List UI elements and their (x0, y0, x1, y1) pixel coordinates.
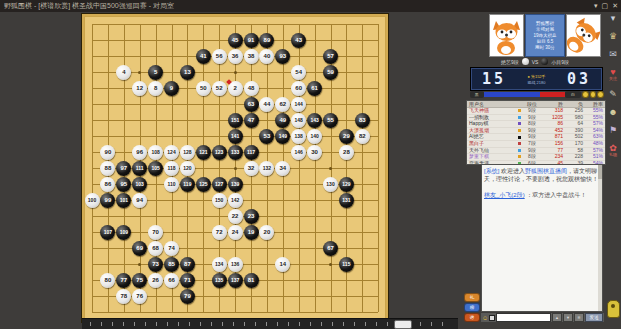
black-stone: 101 (116, 193, 131, 208)
table-row[interactable]: 一招制敌9段120598055% (467, 115, 605, 122)
black-stone: 13 (180, 65, 195, 80)
spectator-rate: 57% (583, 121, 605, 127)
black-stone: 5 (148, 65, 163, 80)
white-stone: 32 (244, 161, 259, 176)
badge-cell (515, 134, 523, 140)
follow-heart-icon[interactable]: ♥关注 (609, 68, 617, 81)
slider-tick (101, 322, 102, 326)
fox-avatar-icon (566, 14, 601, 57)
spectator-name: 大漠孤烟 (467, 128, 515, 134)
chat-message: [系统] 欢迎进入野狐围棋直播间，请文明聊天，理性讨论，不要剧透，祝您观棋愉快！ (484, 167, 600, 183)
white-stone: 144 (291, 97, 306, 112)
slider-tick (321, 322, 322, 326)
slider-tick (90, 322, 91, 326)
badge-cell (515, 115, 523, 121)
chat-message: 棋友_小飞(2段) ：双方进入中盘战斗！ (484, 191, 600, 199)
black-stone: 49 (275, 113, 290, 128)
send-button[interactable]: 发送 (585, 313, 603, 322)
white-stone: 8 (148, 81, 163, 96)
white-stone: 36 (228, 49, 243, 64)
window-controls: ▾▢✕ (594, 0, 618, 12)
score-panel: 15 ● 第152手 观战 2180 03 (470, 67, 603, 91)
white-stone: 44 (259, 97, 274, 112)
white-stone: 70 (148, 225, 163, 240)
chat-option-button[interactable]: ▼ (563, 313, 573, 322)
slider-tick (233, 322, 234, 326)
white-stone: 94 (132, 193, 147, 208)
slider-tick (310, 322, 311, 326)
spectator-name: 梦里下棋 (467, 154, 515, 160)
quick-pill-button[interactable]: 聊 (464, 303, 480, 312)
black-stone: 143 (307, 113, 322, 128)
chat-checkbox[interactable] (489, 315, 495, 321)
score-sub: 观战 2180 (527, 80, 545, 85)
chat-input-row: ☺ ▲ ▼ ※ 发送 (481, 313, 604, 322)
icon-caption: 礼物 (609, 153, 617, 157)
white-stone: 134 (212, 257, 227, 272)
spectator-losses: 256 (563, 108, 583, 114)
message-icon: ✉ (609, 50, 617, 59)
window-control-button[interactable]: ✕ (612, 0, 618, 12)
white-stone: 140 (307, 129, 322, 144)
black-stone: 61 (307, 81, 322, 96)
white-stone: 66 (164, 273, 179, 288)
slider-tick (299, 322, 300, 326)
white-stone: 96 (132, 145, 147, 160)
black-stone: 93 (275, 49, 290, 64)
spectator-losses: 170 (563, 141, 583, 147)
emote-icon[interactable]: ☻ (608, 108, 617, 117)
white-stone: 52 (212, 81, 227, 96)
app-window: 野狐围棋 - [棋谱欣赏] 棋圣战中国500强巡回赛 - 对局室 ▾▢✕ 459… (0, 0, 621, 329)
white-stone: 60 (291, 81, 306, 96)
star-point (234, 167, 237, 170)
black-stone: 111 (132, 161, 147, 176)
spectator-name: Happy棋 (467, 121, 515, 127)
black-stone: 69 (132, 241, 147, 256)
white-stone: 136 (228, 257, 243, 272)
slider-tick (123, 322, 124, 326)
vote-bar: 黑白 (470, 91, 604, 98)
grid-line (362, 24, 363, 312)
white-stone: 76 (132, 289, 147, 304)
star-point (234, 71, 237, 74)
spectator-rank: 7段 (523, 141, 541, 147)
black-stone: 97 (116, 161, 131, 176)
white-stone: 130 (323, 177, 338, 192)
right-player-avatar (566, 14, 601, 57)
move-slider[interactable] (82, 318, 458, 329)
rank-badge-icon (518, 155, 521, 158)
vote-option-button[interactable] (582, 91, 589, 98)
flag-icon: ⚑ (609, 126, 617, 135)
game-info-line: 常规对局 (526, 27, 564, 32)
left-player-name: 绝艺9段 (501, 59, 519, 65)
slider-tick (332, 322, 333, 326)
black-stone: 133 (228, 145, 243, 160)
spectator-losses: 228 (563, 154, 583, 160)
players-vs-row: 绝艺9段 VS 小目9段 (466, 57, 604, 66)
white-stone: 30 (307, 145, 322, 160)
spectator-wins: 234 (541, 154, 563, 160)
slider-tick (112, 322, 113, 326)
slider-tick (365, 322, 366, 326)
black-stone: 95 (116, 177, 131, 192)
grid-line (315, 24, 316, 312)
badge-cell (515, 128, 523, 134)
black-stone: 63 (244, 97, 259, 112)
badge-cell (515, 108, 523, 114)
star-point (138, 263, 141, 266)
spectator-rate: 51% (583, 154, 605, 160)
black-stone: 137 (228, 273, 243, 288)
collapse-icon: ▾ (611, 14, 616, 23)
chat-text: 欢迎进入 (501, 168, 525, 174)
chat-option-button[interactable]: ※ (574, 313, 584, 322)
white-stone: 80 (100, 273, 115, 288)
spectator-rank: 8段 (523, 121, 541, 127)
black-stone: 151 (228, 113, 243, 128)
spectator-rate: 48% (583, 141, 605, 147)
note-icon: ✎ (609, 90, 617, 99)
black-stone: 83 (355, 113, 370, 128)
black-stone: 149 (275, 129, 290, 144)
black-stone: 19 (244, 225, 259, 240)
badge-cell (515, 121, 523, 127)
star-point (329, 167, 332, 170)
right-icon-toolbar: ▾♛✉♥关注✎☻⚑✿礼物 (605, 12, 621, 329)
white-stone: 148 (291, 113, 306, 128)
table-row[interactable]: 飞天神猫9段31825655% (467, 108, 605, 115)
left-player-avatar (489, 14, 524, 57)
slider-tick (134, 322, 135, 326)
table-row[interactable]: 黑白子7段15617048% (467, 141, 605, 148)
white-stone: 74 (164, 241, 179, 256)
grid-line (92, 312, 378, 313)
white-stone: 150 (212, 193, 227, 208)
black-stone: 55 (323, 113, 338, 128)
white-stone: 146 (291, 145, 306, 160)
quick-pill-button[interactable]: 谱 (464, 313, 480, 322)
badge-cell (515, 148, 523, 154)
white-stone-icon (522, 58, 529, 65)
star-point (138, 71, 141, 74)
black-stone: 67 (323, 241, 338, 256)
slider-tick (354, 322, 355, 326)
gift-icon[interactable]: ✿礼物 (609, 144, 617, 157)
white-stone: 56 (212, 49, 227, 64)
vote-right-label: 白 (565, 91, 581, 98)
black-stone: 117 (244, 145, 259, 160)
black-stone: 99 (100, 193, 115, 208)
black-stone: 115 (339, 257, 354, 272)
table-row[interactable]: Happy棋8段866457% (467, 121, 605, 128)
slider-tick (277, 322, 278, 326)
black-stone: 105 (148, 161, 163, 176)
white-stone: 120 (180, 161, 195, 176)
black-stone: 121 (196, 145, 211, 160)
black-stone: 43 (291, 33, 306, 48)
white-stone: 142 (228, 193, 243, 208)
window-control-button[interactable]: ▾ (594, 0, 598, 12)
emote-button[interactable]: ☺ (482, 315, 488, 321)
slider-tick (167, 322, 168, 326)
spectator-wins: 86 (541, 121, 563, 127)
black-stone: 141 (228, 129, 243, 144)
black-stone: 123 (212, 145, 227, 160)
chat-input[interactable] (496, 313, 551, 322)
black-stone: 119 (180, 177, 195, 192)
table-header-cell: 用户名 (467, 101, 515, 107)
white-stone: 54 (291, 65, 306, 80)
table-row[interactable]: 梦里下棋8段23422851% (467, 154, 605, 161)
white-stone: 128 (180, 145, 195, 160)
slider-tick (343, 322, 344, 326)
white-stone: 68 (148, 241, 163, 256)
black-stone: 77 (116, 273, 131, 288)
move-count: ● 第152手 (527, 74, 545, 79)
collapse-icon[interactable]: ▾ (611, 14, 616, 23)
black-stone: 139 (228, 177, 243, 192)
spectator-losses: 64 (563, 121, 583, 127)
chat-text: 野狐围棋直播间 (525, 168, 567, 174)
table-row[interactable]: 大漠孤烟9段45239054% (467, 128, 605, 135)
window-title: 野狐围棋 - [棋谱欣赏] 棋圣战中国500强巡回赛 - 对局室 (4, 2, 174, 9)
white-stone: 28 (339, 145, 354, 160)
black-stone: 131 (339, 193, 354, 208)
white-stone: 22 (228, 209, 243, 224)
black-stone: 45 (228, 33, 243, 48)
white-stone: 12 (132, 81, 147, 96)
flag-icon[interactable]: ⚑ (609, 126, 617, 135)
rank-badge-icon (518, 142, 521, 145)
white-stone: 100 (85, 193, 100, 208)
chat-area: [系统] 欢迎进入野狐围棋直播间，请文明聊天，理性讨论，不要剧透，祝您观棋愉快！… (481, 164, 603, 312)
white-stone: 38 (244, 49, 259, 64)
slider-tick (420, 322, 421, 326)
spectator-name: 一招制敌 (467, 115, 515, 121)
table-header-cell (515, 101, 523, 107)
spectator-name: AI绝艺 (467, 134, 515, 140)
black-stone: 29 (339, 129, 354, 144)
mascot-figure (607, 300, 620, 318)
black-stone: 81 (244, 273, 259, 288)
right-score: 03 (556, 70, 602, 88)
vote-option-button[interactable] (590, 91, 597, 98)
white-stone: 118 (164, 161, 179, 176)
left-score: 15 (471, 70, 517, 88)
white-stone: 78 (116, 289, 131, 304)
chat-scrollbar[interactable] (598, 165, 602, 311)
chat-user-link[interactable]: 棋友_小飞(2段) (484, 192, 525, 198)
right-player-name: 小目9段 (551, 59, 569, 65)
black-stone: 91 (244, 33, 259, 48)
table-row[interactable]: AI绝艺9段87150263% (467, 134, 605, 141)
white-stone: 62 (275, 97, 290, 112)
title-bar: 野狐围棋 - [棋谱欣赏] 棋圣战中国500强巡回赛 - 对局室 (0, 0, 621, 12)
white-stone: 26 (148, 273, 163, 288)
game-info-line: 贴目 6.5 (526, 39, 564, 44)
slider-tick (189, 322, 190, 326)
rank-badge-icon (518, 109, 521, 112)
white-stone: 108 (148, 145, 163, 160)
slider-tick (288, 322, 289, 326)
spectator-wins: 318 (541, 108, 563, 114)
badge-cell (515, 141, 523, 147)
slider-tick (200, 322, 201, 326)
spectator-rank: 8段 (523, 154, 541, 160)
spectator-rate: 55% (583, 108, 605, 114)
vote-blue-bar (484, 92, 541, 97)
emote-icon: ☻ (608, 108, 617, 117)
white-stone: 4 (116, 65, 131, 80)
slider-tick (156, 322, 157, 326)
black-stone: 135 (212, 273, 227, 288)
white-stone: 132 (259, 161, 274, 176)
black-stone: 73 (148, 257, 163, 272)
white-stone: 72 (212, 225, 227, 240)
slider-tick (211, 322, 212, 326)
slider-tick (178, 322, 179, 326)
black-stone: 107 (100, 225, 115, 240)
icon-caption: 关注 (609, 77, 617, 81)
black-stone: 23 (244, 209, 259, 224)
slider-tick (145, 322, 146, 326)
slider-tick (244, 322, 245, 326)
chat-text: ：双方进入中盘战斗！ (525, 192, 587, 198)
slider-tick (442, 322, 443, 326)
slider-tick (266, 322, 267, 326)
black-stone: 41 (196, 49, 211, 64)
slider-tick (255, 322, 256, 326)
badge-cell (515, 154, 523, 160)
spectator-name: 天外飞仙 (467, 148, 515, 154)
white-stone: 24 (228, 225, 243, 240)
black-stone: 79 (180, 289, 195, 304)
game-info-line: 野狐围棋 (526, 21, 564, 26)
spectator-rank: 9段 (523, 108, 541, 114)
black-stone-icon (541, 58, 548, 65)
white-stone: 90 (100, 145, 115, 160)
spectator-name: 黑白子 (467, 141, 515, 147)
black-stone: 53 (259, 129, 274, 144)
rank-badge-icon (518, 136, 521, 139)
vip-icon[interactable]: ♛ (609, 32, 617, 41)
grid-line (378, 24, 379, 312)
black-stone: 103 (132, 177, 147, 192)
spectator-wins: 156 (541, 141, 563, 147)
go-board[interactable]: 4591894341563638409357451354591289505224… (82, 14, 388, 322)
star-point (329, 263, 332, 266)
spectator-table[interactable]: 用户名段位胜负胜率飞天神猫9段31825655%一招制敌9段120598055%… (466, 100, 606, 165)
vote-option-button[interactable] (597, 91, 604, 98)
window-control-button[interactable]: ▢ (602, 0, 609, 12)
black-stone: 129 (339, 177, 354, 192)
white-stone: 124 (164, 145, 179, 160)
white-stone: 20 (259, 225, 274, 240)
white-stone: 50 (196, 81, 211, 96)
black-stone: 127 (212, 177, 227, 192)
white-stone: 34 (275, 161, 290, 176)
slider-tick (376, 322, 377, 326)
rank-badge-icon (518, 116, 521, 119)
quick-action-pills: 礼聊谱 (464, 293, 480, 322)
black-stone: 125 (196, 177, 211, 192)
black-stone: 47 (244, 113, 259, 128)
rank-badge-icon (518, 129, 521, 132)
vote-red-bar (540, 92, 565, 97)
white-stone: 82 (355, 129, 370, 144)
game-info-panel: 野狐围棋常规对局19路大棋盘贴目 6.5用时 30分 (525, 14, 565, 57)
white-stone: 110 (164, 177, 179, 192)
chat-option-button[interactable]: ▲ (552, 313, 562, 322)
rank-badge-icon (518, 149, 521, 152)
vote-left-label: 黑 (470, 91, 484, 98)
game-info-line: 用时 30分 (526, 45, 564, 50)
black-stone: 57 (323, 49, 338, 64)
vip-icon: ♛ (609, 32, 617, 41)
slider-handle[interactable] (394, 320, 412, 329)
score-middle: ● 第152手 观战 2180 (517, 74, 556, 85)
game-info-line: 19路大棋盘 (526, 33, 564, 38)
white-stone: 48 (244, 81, 259, 96)
slider-tick (431, 322, 432, 326)
slider-tick (222, 322, 223, 326)
black-stone: 71 (180, 273, 195, 288)
black-stone: 109 (116, 225, 131, 240)
rank-badge-icon (518, 122, 521, 125)
table-header: 用户名段位胜负胜率 (467, 101, 605, 108)
chat-text: [系统] (484, 168, 501, 174)
spectator-name: 飞天神猫 (467, 108, 515, 114)
fox-avatar-icon (490, 15, 523, 56)
black-stone: 85 (164, 257, 179, 272)
white-stone: 14 (275, 257, 290, 272)
black-stone: 75 (132, 273, 147, 288)
vs-label: VS (532, 59, 539, 65)
slider-tick (387, 322, 388, 326)
black-stone: 9 (164, 81, 179, 96)
black-stone: 87 (180, 257, 195, 272)
note-icon[interactable]: ✎ (609, 90, 617, 99)
message-icon[interactable]: ✉ (609, 50, 617, 59)
quick-pill-button[interactable]: 礼 (464, 293, 480, 302)
black-stone: 59 (323, 65, 338, 80)
white-stone: 88 (100, 161, 115, 176)
white-stone: 138 (291, 129, 306, 144)
white-stone: 40 (259, 49, 274, 64)
table-row[interactable]: 天外飞仙9段775857% (467, 148, 605, 155)
white-stone: 86 (100, 177, 115, 192)
black-stone: 89 (259, 33, 274, 48)
